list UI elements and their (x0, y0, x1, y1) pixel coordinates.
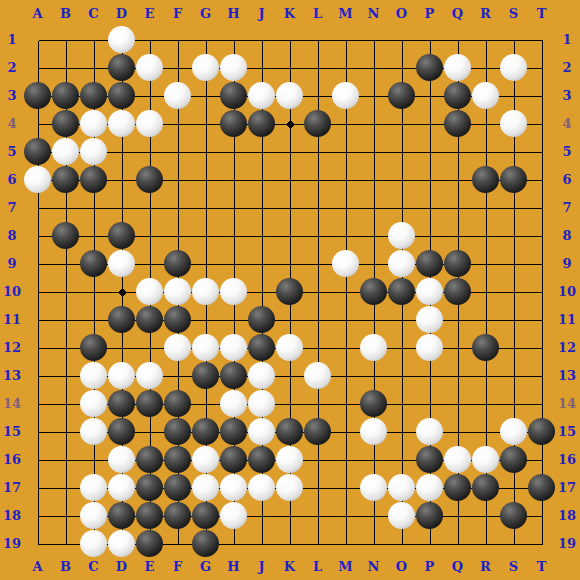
intersection-P8[interactable] (416, 222, 444, 250)
intersection-D6[interactable] (108, 166, 136, 194)
intersection-L11[interactable] (304, 306, 332, 334)
intersection-T16[interactable] (528, 446, 556, 474)
intersection-B1[interactable] (52, 26, 80, 54)
intersection-T9[interactable] (528, 250, 556, 278)
intersection-O4[interactable] (388, 110, 416, 138)
intersection-H10[interactable] (220, 278, 248, 306)
intersection-S19[interactable] (500, 530, 528, 558)
intersection-D2[interactable] (108, 54, 136, 82)
intersection-H1[interactable] (220, 26, 248, 54)
intersection-N13[interactable] (360, 362, 388, 390)
intersection-J11[interactable] (248, 306, 276, 334)
intersection-E6[interactable] (136, 166, 164, 194)
intersection-C10[interactable] (80, 278, 108, 306)
intersection-G10[interactable] (192, 278, 220, 306)
intersection-J10[interactable] (248, 278, 276, 306)
intersection-B12[interactable] (52, 334, 80, 362)
intersection-F10[interactable] (164, 278, 192, 306)
intersection-H7[interactable] (220, 194, 248, 222)
intersection-A13[interactable] (24, 362, 52, 390)
intersection-N10[interactable] (360, 278, 388, 306)
intersection-N7[interactable] (360, 194, 388, 222)
intersection-J16[interactable] (248, 446, 276, 474)
intersection-P3[interactable] (416, 82, 444, 110)
intersection-Q2[interactable] (444, 54, 472, 82)
intersection-M19[interactable] (332, 530, 360, 558)
intersection-F5[interactable] (164, 138, 192, 166)
intersection-S5[interactable] (500, 138, 528, 166)
intersection-D13[interactable] (108, 362, 136, 390)
intersection-B9[interactable] (52, 250, 80, 278)
intersection-O19[interactable] (388, 530, 416, 558)
intersection-B2[interactable] (52, 54, 80, 82)
intersection-Q7[interactable] (444, 194, 472, 222)
intersection-S6[interactable] (500, 166, 528, 194)
intersection-N4[interactable] (360, 110, 388, 138)
intersection-M6[interactable] (332, 166, 360, 194)
intersection-S4[interactable] (500, 110, 528, 138)
intersection-O5[interactable] (388, 138, 416, 166)
intersection-N12[interactable] (360, 334, 388, 362)
intersection-G19[interactable] (192, 530, 220, 558)
intersection-S18[interactable] (500, 502, 528, 530)
intersection-B10[interactable] (52, 278, 80, 306)
intersection-D14[interactable] (108, 390, 136, 418)
intersection-P2[interactable] (416, 54, 444, 82)
intersection-K8[interactable] (276, 222, 304, 250)
intersection-R12[interactable] (472, 334, 500, 362)
intersection-L13[interactable] (304, 362, 332, 390)
intersection-E16[interactable] (136, 446, 164, 474)
intersection-O6[interactable] (388, 166, 416, 194)
intersection-T6[interactable] (528, 166, 556, 194)
intersection-P6[interactable] (416, 166, 444, 194)
intersection-H13[interactable] (220, 362, 248, 390)
intersection-C15[interactable] (80, 418, 108, 446)
intersection-F19[interactable] (164, 530, 192, 558)
intersection-Q5[interactable] (444, 138, 472, 166)
intersection-E13[interactable] (136, 362, 164, 390)
intersection-E18[interactable] (136, 502, 164, 530)
intersection-G16[interactable] (192, 446, 220, 474)
intersection-H18[interactable] (220, 502, 248, 530)
intersection-R5[interactable] (472, 138, 500, 166)
intersection-L6[interactable] (304, 166, 332, 194)
intersection-L12[interactable] (304, 334, 332, 362)
intersection-J13[interactable] (248, 362, 276, 390)
intersection-D18[interactable] (108, 502, 136, 530)
intersection-A6[interactable] (24, 166, 52, 194)
intersection-Q18[interactable] (444, 502, 472, 530)
intersection-P16[interactable] (416, 446, 444, 474)
intersection-L17[interactable] (304, 474, 332, 502)
intersection-O13[interactable] (388, 362, 416, 390)
intersection-C13[interactable] (80, 362, 108, 390)
intersection-R1[interactable] (472, 26, 500, 54)
intersection-F8[interactable] (164, 222, 192, 250)
intersection-C7[interactable] (80, 194, 108, 222)
intersection-F9[interactable] (164, 250, 192, 278)
intersection-E4[interactable] (136, 110, 164, 138)
intersection-Q10[interactable] (444, 278, 472, 306)
intersection-G11[interactable] (192, 306, 220, 334)
intersection-L4[interactable] (304, 110, 332, 138)
intersection-D12[interactable] (108, 334, 136, 362)
intersection-G5[interactable] (192, 138, 220, 166)
intersection-F16[interactable] (164, 446, 192, 474)
intersection-L7[interactable] (304, 194, 332, 222)
intersection-T7[interactable] (528, 194, 556, 222)
intersection-A10[interactable] (24, 278, 52, 306)
intersection-R17[interactable] (472, 474, 500, 502)
intersection-F3[interactable] (164, 82, 192, 110)
intersection-K17[interactable] (276, 474, 304, 502)
intersection-D3[interactable] (108, 82, 136, 110)
intersection-P13[interactable] (416, 362, 444, 390)
intersection-K1[interactable] (276, 26, 304, 54)
intersection-T15[interactable] (528, 418, 556, 446)
intersection-Q13[interactable] (444, 362, 472, 390)
intersection-B17[interactable] (52, 474, 80, 502)
intersection-D19[interactable] (108, 530, 136, 558)
intersection-H9[interactable] (220, 250, 248, 278)
intersection-E5[interactable] (136, 138, 164, 166)
intersection-H6[interactable] (220, 166, 248, 194)
intersection-T14[interactable] (528, 390, 556, 418)
intersection-L14[interactable] (304, 390, 332, 418)
intersection-N8[interactable] (360, 222, 388, 250)
intersection-M7[interactable] (332, 194, 360, 222)
intersection-D16[interactable] (108, 446, 136, 474)
intersection-A7[interactable] (24, 194, 52, 222)
intersection-E7[interactable] (136, 194, 164, 222)
intersection-O7[interactable] (388, 194, 416, 222)
intersection-N1[interactable] (360, 26, 388, 54)
intersection-G12[interactable] (192, 334, 220, 362)
intersection-L5[interactable] (304, 138, 332, 166)
intersection-T10[interactable] (528, 278, 556, 306)
intersection-K16[interactable] (276, 446, 304, 474)
intersection-B8[interactable] (52, 222, 80, 250)
intersection-O12[interactable] (388, 334, 416, 362)
intersection-P11[interactable] (416, 306, 444, 334)
intersection-S15[interactable] (500, 418, 528, 446)
intersection-D8[interactable] (108, 222, 136, 250)
intersection-Q11[interactable] (444, 306, 472, 334)
intersection-E9[interactable] (136, 250, 164, 278)
intersection-M12[interactable] (332, 334, 360, 362)
intersection-K10[interactable] (276, 278, 304, 306)
intersection-K19[interactable] (276, 530, 304, 558)
intersection-J4[interactable] (248, 110, 276, 138)
intersection-A16[interactable] (24, 446, 52, 474)
intersection-R6[interactable] (472, 166, 500, 194)
intersection-B19[interactable] (52, 530, 80, 558)
intersection-A14[interactable] (24, 390, 52, 418)
intersection-C1[interactable] (80, 26, 108, 54)
intersection-B3[interactable] (52, 82, 80, 110)
intersection-J18[interactable] (248, 502, 276, 530)
intersection-P1[interactable] (416, 26, 444, 54)
intersection-O18[interactable] (388, 502, 416, 530)
intersection-R2[interactable] (472, 54, 500, 82)
intersection-M1[interactable] (332, 26, 360, 54)
intersection-Q19[interactable] (444, 530, 472, 558)
intersection-B6[interactable] (52, 166, 80, 194)
intersection-B14[interactable] (52, 390, 80, 418)
intersection-S3[interactable] (500, 82, 528, 110)
intersection-J6[interactable] (248, 166, 276, 194)
intersection-M9[interactable] (332, 250, 360, 278)
intersection-B5[interactable] (52, 138, 80, 166)
intersection-R3[interactable] (472, 82, 500, 110)
intersection-L16[interactable] (304, 446, 332, 474)
intersection-T11[interactable] (528, 306, 556, 334)
intersection-T19[interactable] (528, 530, 556, 558)
intersection-G17[interactable] (192, 474, 220, 502)
intersection-S2[interactable] (500, 54, 528, 82)
intersection-G15[interactable] (192, 418, 220, 446)
intersection-Q14[interactable] (444, 390, 472, 418)
intersection-M5[interactable] (332, 138, 360, 166)
intersection-E3[interactable] (136, 82, 164, 110)
intersection-J7[interactable] (248, 194, 276, 222)
intersection-R16[interactable] (472, 446, 500, 474)
intersection-N17[interactable] (360, 474, 388, 502)
intersection-P12[interactable] (416, 334, 444, 362)
intersection-M11[interactable] (332, 306, 360, 334)
intersection-E1[interactable] (136, 26, 164, 54)
intersection-M15[interactable] (332, 418, 360, 446)
intersection-K3[interactable] (276, 82, 304, 110)
intersection-D1[interactable] (108, 26, 136, 54)
intersection-L1[interactable] (304, 26, 332, 54)
intersection-R13[interactable] (472, 362, 500, 390)
intersection-A5[interactable] (24, 138, 52, 166)
intersection-K15[interactable] (276, 418, 304, 446)
intersection-S1[interactable] (500, 26, 528, 54)
intersection-E15[interactable] (136, 418, 164, 446)
intersection-O9[interactable] (388, 250, 416, 278)
intersection-M14[interactable] (332, 390, 360, 418)
intersection-T4[interactable] (528, 110, 556, 138)
intersection-S12[interactable] (500, 334, 528, 362)
intersection-S10[interactable] (500, 278, 528, 306)
intersection-E10[interactable] (136, 278, 164, 306)
intersection-C12[interactable] (80, 334, 108, 362)
intersection-H5[interactable] (220, 138, 248, 166)
intersection-D10[interactable] (108, 278, 136, 306)
intersection-H3[interactable] (220, 82, 248, 110)
intersection-C14[interactable] (80, 390, 108, 418)
intersection-M3[interactable] (332, 82, 360, 110)
intersection-R10[interactable] (472, 278, 500, 306)
intersection-S8[interactable] (500, 222, 528, 250)
intersection-P15[interactable] (416, 418, 444, 446)
intersection-A4[interactable] (24, 110, 52, 138)
intersection-J2[interactable] (248, 54, 276, 82)
intersection-T2[interactable] (528, 54, 556, 82)
intersection-M2[interactable] (332, 54, 360, 82)
intersection-A3[interactable] (24, 82, 52, 110)
intersection-C4[interactable] (80, 110, 108, 138)
intersection-O14[interactable] (388, 390, 416, 418)
intersection-N2[interactable] (360, 54, 388, 82)
intersection-J14[interactable] (248, 390, 276, 418)
intersection-G7[interactable] (192, 194, 220, 222)
intersection-M13[interactable] (332, 362, 360, 390)
intersection-S14[interactable] (500, 390, 528, 418)
intersection-S13[interactable] (500, 362, 528, 390)
intersection-O15[interactable] (388, 418, 416, 446)
intersection-R9[interactable] (472, 250, 500, 278)
intersection-J12[interactable] (248, 334, 276, 362)
intersection-R7[interactable] (472, 194, 500, 222)
intersection-J3[interactable] (248, 82, 276, 110)
intersection-S17[interactable] (500, 474, 528, 502)
intersection-C9[interactable] (80, 250, 108, 278)
intersection-L18[interactable] (304, 502, 332, 530)
intersection-E14[interactable] (136, 390, 164, 418)
intersection-T5[interactable] (528, 138, 556, 166)
intersection-Q1[interactable] (444, 26, 472, 54)
intersection-H2[interactable] (220, 54, 248, 82)
intersection-Q8[interactable] (444, 222, 472, 250)
intersection-A15[interactable] (24, 418, 52, 446)
intersection-R4[interactable] (472, 110, 500, 138)
intersection-J19[interactable] (248, 530, 276, 558)
intersection-B16[interactable] (52, 446, 80, 474)
intersection-N19[interactable] (360, 530, 388, 558)
intersection-K12[interactable] (276, 334, 304, 362)
intersection-J8[interactable] (248, 222, 276, 250)
intersection-K7[interactable] (276, 194, 304, 222)
intersection-N11[interactable] (360, 306, 388, 334)
intersection-B13[interactable] (52, 362, 80, 390)
intersection-D7[interactable] (108, 194, 136, 222)
intersection-D4[interactable] (108, 110, 136, 138)
intersection-T13[interactable] (528, 362, 556, 390)
intersection-Q3[interactable] (444, 82, 472, 110)
intersection-C19[interactable] (80, 530, 108, 558)
intersection-F7[interactable] (164, 194, 192, 222)
intersection-O11[interactable] (388, 306, 416, 334)
intersection-B15[interactable] (52, 418, 80, 446)
intersection-C17[interactable] (80, 474, 108, 502)
intersection-F11[interactable] (164, 306, 192, 334)
intersection-M16[interactable] (332, 446, 360, 474)
intersection-L19[interactable] (304, 530, 332, 558)
intersection-O17[interactable] (388, 474, 416, 502)
intersection-E2[interactable] (136, 54, 164, 82)
intersection-K18[interactable] (276, 502, 304, 530)
intersection-E17[interactable] (136, 474, 164, 502)
intersection-J9[interactable] (248, 250, 276, 278)
intersection-A9[interactable] (24, 250, 52, 278)
intersection-Q15[interactable] (444, 418, 472, 446)
intersection-N9[interactable] (360, 250, 388, 278)
intersection-B7[interactable] (52, 194, 80, 222)
intersection-A19[interactable] (24, 530, 52, 558)
intersection-R19[interactable] (472, 530, 500, 558)
intersection-C18[interactable] (80, 502, 108, 530)
intersection-O8[interactable] (388, 222, 416, 250)
intersection-L15[interactable] (304, 418, 332, 446)
intersection-K13[interactable] (276, 362, 304, 390)
intersection-O2[interactable] (388, 54, 416, 82)
intersection-H4[interactable] (220, 110, 248, 138)
intersection-B18[interactable] (52, 502, 80, 530)
intersection-F1[interactable] (164, 26, 192, 54)
intersection-S7[interactable] (500, 194, 528, 222)
intersection-K5[interactable] (276, 138, 304, 166)
intersection-O3[interactable] (388, 82, 416, 110)
intersection-C3[interactable] (80, 82, 108, 110)
intersection-A2[interactable] (24, 54, 52, 82)
intersection-K2[interactable] (276, 54, 304, 82)
intersection-P19[interactable] (416, 530, 444, 558)
intersection-P10[interactable] (416, 278, 444, 306)
intersection-L9[interactable] (304, 250, 332, 278)
intersection-K9[interactable] (276, 250, 304, 278)
intersection-R11[interactable] (472, 306, 500, 334)
intersection-N14[interactable] (360, 390, 388, 418)
intersection-T3[interactable] (528, 82, 556, 110)
intersection-A8[interactable] (24, 222, 52, 250)
intersection-A18[interactable] (24, 502, 52, 530)
intersection-T8[interactable] (528, 222, 556, 250)
intersection-D9[interactable] (108, 250, 136, 278)
intersection-N6[interactable] (360, 166, 388, 194)
intersection-G9[interactable] (192, 250, 220, 278)
intersection-N5[interactable] (360, 138, 388, 166)
intersection-O16[interactable] (388, 446, 416, 474)
intersection-C5[interactable] (80, 138, 108, 166)
intersection-F4[interactable] (164, 110, 192, 138)
intersection-Q12[interactable] (444, 334, 472, 362)
intersection-L10[interactable] (304, 278, 332, 306)
intersection-F15[interactable] (164, 418, 192, 446)
intersection-P5[interactable] (416, 138, 444, 166)
intersection-F13[interactable] (164, 362, 192, 390)
intersection-G2[interactable] (192, 54, 220, 82)
intersection-N16[interactable] (360, 446, 388, 474)
intersection-E19[interactable] (136, 530, 164, 558)
intersection-N18[interactable] (360, 502, 388, 530)
intersection-D11[interactable] (108, 306, 136, 334)
intersection-L3[interactable] (304, 82, 332, 110)
intersection-P17[interactable] (416, 474, 444, 502)
intersection-G8[interactable] (192, 222, 220, 250)
intersection-Q16[interactable] (444, 446, 472, 474)
intersection-K4[interactable] (276, 110, 304, 138)
intersection-C8[interactable] (80, 222, 108, 250)
intersection-H19[interactable] (220, 530, 248, 558)
intersection-T12[interactable] (528, 334, 556, 362)
intersection-M10[interactable] (332, 278, 360, 306)
intersection-M17[interactable] (332, 474, 360, 502)
intersection-G4[interactable] (192, 110, 220, 138)
intersection-K14[interactable] (276, 390, 304, 418)
intersection-S11[interactable] (500, 306, 528, 334)
intersection-R15[interactable] (472, 418, 500, 446)
intersection-H17[interactable] (220, 474, 248, 502)
intersection-B4[interactable] (52, 110, 80, 138)
intersection-F12[interactable] (164, 334, 192, 362)
intersection-K6[interactable] (276, 166, 304, 194)
intersection-H8[interactable] (220, 222, 248, 250)
intersection-H15[interactable] (220, 418, 248, 446)
